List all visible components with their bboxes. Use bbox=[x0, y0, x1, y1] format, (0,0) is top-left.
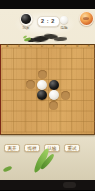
board-cell[interactable] bbox=[48, 90, 60, 101]
board-cell[interactable] bbox=[60, 48, 72, 59]
board-cell[interactable] bbox=[13, 69, 25, 80]
board-cell[interactable] bbox=[25, 48, 37, 59]
board-cell[interactable] bbox=[71, 69, 83, 80]
board-cell[interactable] bbox=[48, 69, 60, 80]
board-cell[interactable] bbox=[71, 90, 83, 101]
board-cell[interactable] bbox=[36, 90, 48, 101]
col-label-B: B bbox=[13, 45, 25, 48]
top-letterbox bbox=[0, 0, 95, 9]
board-cell[interactable] bbox=[2, 48, 14, 59]
legal-move-hint[interactable] bbox=[26, 80, 35, 89]
retry-button[interactable]: 重试 bbox=[64, 144, 80, 153]
board-cell[interactable] bbox=[13, 80, 25, 91]
board-cell[interactable] bbox=[25, 111, 37, 122]
legal-move-hint[interactable] bbox=[61, 91, 70, 100]
legal-move-hint[interactable] bbox=[49, 101, 58, 110]
board-cell[interactable] bbox=[60, 59, 72, 70]
board-cell[interactable] bbox=[48, 101, 60, 112]
col-label-D: D bbox=[36, 45, 48, 48]
board-cell[interactable] bbox=[60, 69, 72, 80]
board-cell[interactable] bbox=[83, 122, 95, 133]
col-label-F: F bbox=[60, 45, 72, 48]
col-label-E: E bbox=[48, 45, 60, 48]
board-cell[interactable] bbox=[48, 48, 60, 59]
board-cell[interactable] bbox=[2, 111, 14, 122]
board-cell[interactable] bbox=[25, 69, 37, 80]
board-cell[interactable] bbox=[48, 80, 60, 91]
nav-pill bbox=[63, 182, 76, 188]
black-disc bbox=[37, 90, 47, 100]
board-cell[interactable] bbox=[13, 122, 25, 133]
board-cell[interactable] bbox=[60, 101, 72, 112]
board-cell[interactable] bbox=[13, 101, 25, 112]
othello-board: ABCDEFGH bbox=[0, 44, 95, 135]
board-cell[interactable] bbox=[36, 80, 48, 91]
board-cell[interactable] bbox=[2, 122, 14, 133]
board-cell[interactable] bbox=[25, 80, 37, 91]
board-cell[interactable] bbox=[2, 69, 14, 80]
board-cell[interactable] bbox=[60, 80, 72, 91]
board-cell[interactable] bbox=[83, 48, 95, 59]
board-cell[interactable] bbox=[71, 80, 83, 91]
board-cell[interactable] bbox=[83, 111, 95, 122]
board-cell[interactable] bbox=[83, 59, 95, 70]
board-cell[interactable] bbox=[2, 90, 14, 101]
col-label-H: H bbox=[83, 45, 95, 48]
board-cell[interactable] bbox=[36, 101, 48, 112]
board-grid bbox=[2, 48, 95, 132]
board-cell[interactable] bbox=[83, 90, 95, 101]
black-disc-icon bbox=[20, 13, 33, 26]
player-black-label: 玩家 bbox=[16, 26, 36, 30]
board-cell[interactable] bbox=[83, 101, 95, 112]
black-disc bbox=[49, 80, 59, 90]
white-disc bbox=[37, 80, 47, 90]
game-area: 玩家 2 : 2 电脑 ABCDEFGH 离开 悔棋 认输 重试 bbox=[0, 9, 95, 180]
board-cell[interactable] bbox=[36, 111, 48, 122]
board-cell[interactable] bbox=[36, 48, 48, 59]
board-cell[interactable] bbox=[25, 122, 37, 133]
bottom-letterbox bbox=[0, 180, 95, 191]
board-cell[interactable] bbox=[13, 59, 25, 70]
app-screen: 玩家 2 : 2 电脑 ABCDEFGH 离开 悔棋 认输 重试 bbox=[0, 0, 95, 190]
col-label-A: A bbox=[2, 45, 14, 48]
white-disc-icon bbox=[60, 16, 69, 25]
board-cell[interactable] bbox=[71, 122, 83, 133]
white-disc bbox=[49, 90, 59, 100]
board-cell[interactable] bbox=[48, 59, 60, 70]
col-label-G: G bbox=[71, 45, 83, 48]
board-cell[interactable] bbox=[60, 90, 72, 101]
board-cell[interactable] bbox=[25, 59, 37, 70]
board-cell[interactable] bbox=[2, 59, 14, 70]
board-cell[interactable] bbox=[71, 48, 83, 59]
avatar[interactable] bbox=[79, 11, 94, 26]
board-cell[interactable] bbox=[13, 90, 25, 101]
board-cell[interactable] bbox=[36, 59, 48, 70]
board-cell[interactable] bbox=[71, 101, 83, 112]
board-cell[interactable] bbox=[13, 48, 25, 59]
legal-move-hint[interactable] bbox=[38, 70, 47, 79]
board-cell[interactable] bbox=[71, 111, 83, 122]
board-cell[interactable] bbox=[2, 80, 14, 91]
board-cell[interactable] bbox=[71, 59, 83, 70]
board-cell[interactable] bbox=[2, 101, 14, 112]
board-cell[interactable] bbox=[36, 69, 48, 80]
board-cell[interactable] bbox=[83, 69, 95, 80]
board-cell[interactable] bbox=[25, 90, 37, 101]
player-white-label: 电脑 bbox=[54, 26, 74, 30]
board-cell[interactable] bbox=[60, 111, 72, 122]
board-cell[interactable] bbox=[13, 111, 25, 122]
board-cell[interactable] bbox=[48, 122, 60, 133]
board-cell[interactable] bbox=[48, 111, 60, 122]
col-label-C: C bbox=[25, 45, 37, 48]
board-cell[interactable] bbox=[25, 101, 37, 112]
undo-button[interactable]: 悔棋 bbox=[24, 144, 40, 153]
board-cell[interactable] bbox=[60, 122, 72, 133]
leave-button[interactable]: 离开 bbox=[4, 144, 20, 153]
leaf-decoration bbox=[3, 165, 13, 172]
board-cell[interactable] bbox=[83, 80, 95, 91]
board-cell[interactable] bbox=[36, 122, 48, 133]
